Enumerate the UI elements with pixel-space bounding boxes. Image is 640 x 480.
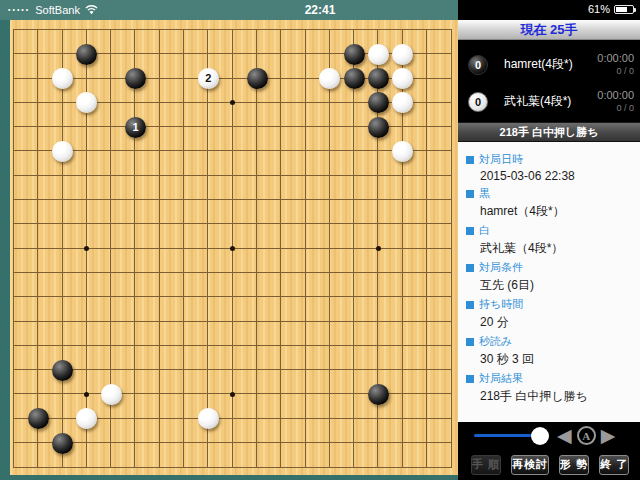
black-stone: 1	[125, 117, 146, 138]
battery-icon	[614, 5, 634, 14]
info-label: 秒読み	[479, 334, 512, 349]
game-result-bar: 218手 白中押し勝ち	[458, 122, 640, 142]
sidebar: 現在 25手 0 hamret(4段*) 0:00:00 0 / 0 0 武礼葉…	[458, 20, 640, 480]
bottom-button-bar: 手 順 再検討 形 勢 終 了	[458, 449, 640, 480]
info-item: 秒読み 30 秒 3 回	[466, 334, 632, 368]
info-item: 対局結果 218手 白中押し勝ち	[466, 371, 632, 405]
info-label: 持ち時間	[479, 297, 523, 312]
info-value: 30 秒 3 回	[466, 351, 632, 368]
nav-buttons: ◀ A ▶	[557, 426, 615, 445]
info-value: 20 分	[466, 314, 632, 331]
go-board[interactable]: 21	[10, 20, 458, 475]
game-result-label: 218手 白中押し勝ち	[500, 125, 599, 140]
saikento-button[interactable]: 再検討	[511, 455, 549, 475]
bullet-square-icon	[466, 156, 474, 164]
wifi-icon	[85, 5, 98, 15]
info-item: 対局日時 2015-03-06 22:38	[466, 152, 632, 183]
info-value: 218手 白中押し勝ち	[466, 388, 632, 405]
carrier-block: ••••• SoftBank	[8, 4, 98, 16]
black-stone	[125, 68, 146, 89]
info-item: 対局条件 互先 (6目)	[466, 260, 632, 294]
slider-thumb[interactable]	[531, 427, 549, 445]
info-value: 2015-03-06 22:38	[466, 169, 632, 183]
white-stone-icon: 0	[468, 92, 488, 112]
clock-label: 22:41	[305, 3, 336, 17]
board-zone: 21	[0, 20, 458, 480]
white-stone	[392, 44, 413, 65]
info-label: 対局結果	[479, 371, 523, 386]
black-stone	[368, 68, 389, 89]
bullet-square-icon	[466, 190, 474, 198]
black-periods: 0 / 0	[597, 66, 634, 77]
status-bar-right: 61%	[458, 0, 640, 20]
carrier-label: SoftBank	[35, 4, 80, 16]
black-stone	[368, 117, 389, 138]
black-player-name: hamret(4段*)	[504, 56, 597, 73]
info-value: 互先 (6目)	[466, 277, 632, 294]
black-stone	[344, 68, 365, 89]
black-stone	[28, 408, 49, 429]
current-move-label: 現在 25手	[520, 21, 577, 39]
move-number-label: 2	[205, 73, 211, 84]
game-info-panel: 対局日時 2015-03-06 22:38 黒 hamret（4段*） 白 武礼…	[458, 142, 640, 422]
black-stone	[368, 384, 389, 405]
shuryo-button[interactable]: 終 了	[599, 455, 629, 475]
info-label: 白	[479, 223, 490, 238]
info-item: 白 武礼葉（4段*）	[466, 223, 632, 257]
move-number-label: 1	[132, 122, 138, 133]
info-value: hamret（4段*）	[466, 203, 632, 220]
current-move-bar: 現在 25手	[458, 20, 640, 40]
status-bar: ••••• SoftBank 61% 22:41	[0, 0, 640, 20]
keisei-button[interactable]: 形 勢	[559, 455, 589, 475]
players-panel: 0 hamret(4段*) 0:00:00 0 / 0 0 武礼葉(4段*) 0…	[458, 40, 640, 122]
playback-controls: ◀ A ▶	[458, 422, 640, 449]
black-stone	[247, 68, 268, 89]
bullet-square-icon	[466, 264, 474, 272]
white-player-name: 武礼葉(4段*)	[504, 93, 597, 110]
white-player-time: 0:00:00 0 / 0	[597, 89, 634, 114]
info-item: 黒 hamret（4段*）	[466, 186, 632, 220]
next-move-button[interactable]: ▶	[601, 426, 616, 445]
player-row-black: 0 hamret(4段*) 0:00:00 0 / 0	[468, 47, 634, 83]
info-label: 黒	[479, 186, 490, 201]
tejun-button[interactable]: 手 順	[471, 455, 501, 475]
info-item: 持ち時間 20 分	[466, 297, 632, 331]
signal-strength-icon: •••••	[8, 6, 30, 13]
info-label: 対局日時	[479, 152, 523, 167]
prev-move-button[interactable]: ◀	[557, 426, 572, 445]
battery-block: 61%	[588, 3, 634, 15]
bullet-square-icon	[466, 375, 474, 383]
battery-percent-label: 61%	[588, 3, 610, 15]
auto-play-button[interactable]: A	[577, 426, 596, 445]
white-stone	[101, 384, 122, 405]
bullet-square-icon	[466, 227, 474, 235]
white-stone	[52, 141, 73, 162]
move-slider[interactable]	[474, 434, 540, 437]
white-stone	[368, 44, 389, 65]
black-player-time: 0:00:00 0 / 0	[597, 52, 634, 77]
black-stone	[52, 433, 73, 454]
white-stone: 2	[198, 68, 219, 89]
status-bar-left: ••••• SoftBank	[0, 0, 458, 20]
bullet-square-icon	[466, 301, 474, 309]
black-stone	[344, 44, 365, 65]
black-clock: 0:00:00	[597, 52, 634, 66]
player-row-white: 0 武礼葉(4段*) 0:00:00 0 / 0	[468, 84, 634, 120]
black-stone-icon: 0	[468, 55, 488, 75]
info-value: 武礼葉（4段*）	[466, 240, 632, 257]
black-stone	[52, 360, 73, 381]
goban-app-screen: ••••• SoftBank 61% 22:41 21	[0, 0, 640, 480]
white-clock: 0:00:00	[597, 89, 634, 103]
bullet-square-icon	[466, 338, 474, 346]
info-label: 対局条件	[479, 260, 523, 275]
white-periods: 0 / 0	[597, 103, 634, 114]
